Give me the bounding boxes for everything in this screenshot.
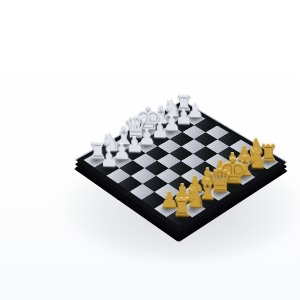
product-photo: ♜♞♝♛♚♝♞♜♟♟♟♟♟♟♟♟♟♟♟♟♟♟♟♟♜♞♝♛♚♝♞♜ [0,0,300,300]
piece-white-rook: ♜ [171,197,193,219]
case-clasp [215,204,228,212]
board-grid: ♜♞♝♛♚♝♞♜♟♟♟♟♟♟♟♟♟♟♟♟♟♟♟♟♜♞♝♛♚♝♞♜ [84,105,279,226]
scene: ♜♞♝♛♚♝♞♜♟♟♟♟♟♟♟♟♟♟♟♟♟♟♟♟♜♞♝♛♚♝♞♜ [106,86,256,236]
case-foot [131,203,144,211]
hinge-seam [117,191,132,200]
chess-board: ♜♞♝♛♚♝♞♜♟♟♟♟♟♟♟♟♟♟♟♟♟♟♟♟♜♞♝♛♚♝♞♜ [75,101,287,232]
piece-black-pawn: ♟ [100,150,119,169]
